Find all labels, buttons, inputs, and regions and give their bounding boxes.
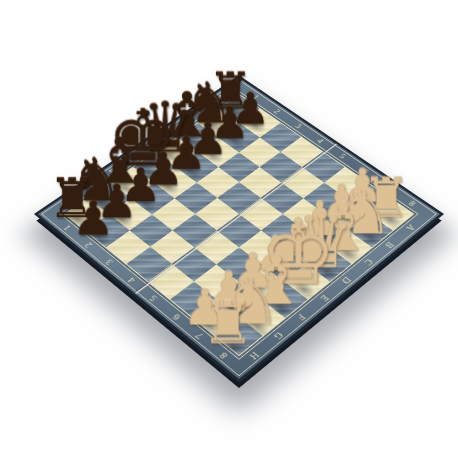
photo-background: 11AA22BB33CC44DD55EE66FF77GG88HH ♜♞♝♛♚♝♞…	[0, 0, 458, 458]
dark-pawn-icon: ♟	[47, 197, 139, 241]
chess-board: 11AA22BB33CC44DD55EE66FF77GG88HH ♜♞♝♛♚♝♞…	[34, 75, 444, 383]
light-rook-icon: ♜	[179, 296, 277, 352]
scene: 11AA22BB33CC44DD55EE66FF77GG88HH ♜♞♝♛♚♝♞…	[0, 0, 458, 458]
